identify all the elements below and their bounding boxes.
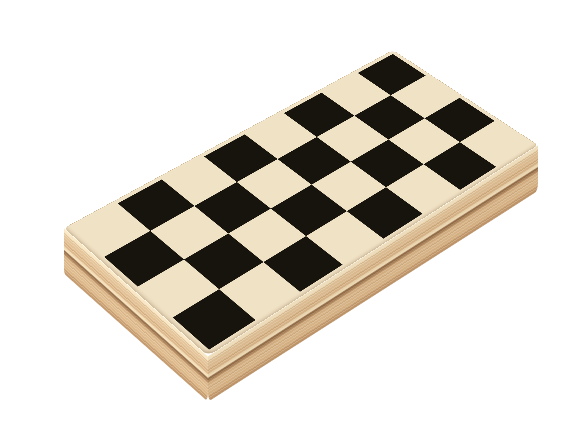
product-photo (0, 0, 587, 443)
